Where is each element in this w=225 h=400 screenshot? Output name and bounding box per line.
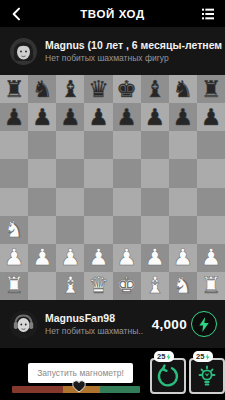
square-b5[interactable] [28, 159, 56, 187]
white-bishop: ♝ [144, 274, 165, 297]
square-g3[interactable] [169, 216, 197, 244]
square-h1[interactable]: ♜ [197, 272, 225, 300]
square-g2[interactable]: ♟ [169, 244, 197, 272]
white-rook: ♜ [4, 274, 25, 297]
chess-app-screen: ТВОЙ ХОД Magnus (10 лет , 6 месяцы-летне… [0, 0, 225, 400]
opponent-avatar [10, 38, 37, 65]
square-f2[interactable]: ♟ [141, 244, 169, 272]
square-e7[interactable]: ♟ [113, 103, 141, 131]
black-bishop: ♝ [144, 78, 165, 101]
square-c3[interactable] [56, 216, 84, 244]
bottom-toolbar: Запустить магнометр! 25 25 [0, 348, 225, 400]
square-c4[interactable] [56, 188, 84, 216]
chess-board: ♜♞♝♛♚♝♞♜♟♟♟♟♟♟♟♟♞♟♟♟♟♟♟♟♟♜♝♛♚♝♞♜ [0, 75, 225, 300]
square-e6[interactable] [113, 131, 141, 159]
square-e3[interactable] [113, 216, 141, 244]
square-f7[interactable]: ♟ [141, 103, 169, 131]
white-queen: ♛ [88, 274, 109, 297]
black-pawn: ♟ [116, 106, 137, 129]
square-a4[interactable] [0, 188, 28, 216]
black-queen: ♛ [88, 78, 109, 101]
black-pawn: ♟ [4, 106, 25, 129]
white-pawn: ♟ [4, 246, 25, 269]
square-b6[interactable] [28, 131, 56, 159]
square-g8[interactable]: ♞ [169, 75, 197, 103]
white-rook: ♜ [201, 274, 222, 297]
bolt-icon [166, 353, 171, 361]
black-pawn: ♟ [201, 106, 222, 129]
square-h6[interactable] [197, 131, 225, 159]
square-a1[interactable]: ♜ [0, 272, 28, 300]
white-pawn: ♟ [60, 246, 81, 269]
square-c8[interactable]: ♝ [56, 75, 84, 103]
square-e4[interactable] [113, 188, 141, 216]
opponent-info-bar: Magnus (10 лет , 6 месяцы-летнем Нет поб… [0, 27, 225, 75]
back-button[interactable] [0, 0, 34, 27]
square-b3[interactable] [28, 216, 56, 244]
meter-segment-green [100, 386, 140, 393]
square-f6[interactable] [141, 131, 169, 159]
square-f4[interactable] [141, 188, 169, 216]
energy-amount: 4,000 [152, 317, 187, 332]
opponent-text: Magnus (10 лет , 6 месяцы-летнем Нет поб… [45, 39, 225, 63]
square-a7[interactable]: ♟ [0, 103, 28, 131]
black-pawn: ♟ [88, 106, 109, 129]
square-g4[interactable] [169, 188, 197, 216]
square-b4[interactable] [28, 188, 56, 216]
white-pawn: ♟ [201, 246, 222, 269]
black-pawn: ♟ [32, 106, 53, 129]
square-d4[interactable] [84, 188, 112, 216]
opponent-name: Magnus (10 лет , 6 месяцы-летнем [45, 39, 225, 51]
square-e8[interactable]: ♚ [113, 75, 141, 103]
black-pawn: ♟ [60, 106, 81, 129]
square-b2[interactable]: ♟ [28, 244, 56, 272]
square-h5[interactable] [197, 159, 225, 187]
square-g6[interactable] [169, 131, 197, 159]
square-a6[interactable] [0, 131, 28, 159]
energy-display: 4,000 [152, 311, 217, 337]
move-list-button[interactable] [191, 0, 225, 27]
meter-segment-red [12, 386, 63, 393]
square-h7[interactable]: ♟ [197, 103, 225, 131]
square-h4[interactable] [197, 188, 225, 216]
square-f5[interactable] [141, 159, 169, 187]
square-e1[interactable]: ♚ [113, 272, 141, 300]
black-rook: ♜ [4, 78, 25, 101]
square-e5[interactable] [113, 159, 141, 187]
square-a8[interactable]: ♜ [0, 75, 28, 103]
black-pawn: ♟ [144, 106, 165, 129]
square-d6[interactable] [84, 131, 112, 159]
heart-marker-icon [72, 379, 86, 397]
square-a2[interactable]: ♟ [0, 244, 28, 272]
square-f1[interactable]: ♝ [141, 272, 169, 300]
white-king: ♚ [116, 274, 137, 297]
square-b7[interactable]: ♟ [28, 103, 56, 131]
white-knight: ♞ [173, 274, 194, 297]
black-pawn: ♟ [173, 106, 194, 129]
square-d1[interactable]: ♛ [84, 272, 112, 300]
square-b1[interactable] [28, 272, 56, 300]
square-c2[interactable]: ♟ [56, 244, 84, 272]
hint-cost-value: 25 [196, 352, 204, 361]
chevron-left-icon [9, 6, 25, 22]
circular-arrow-icon [156, 364, 180, 388]
white-pawn: ♟ [88, 246, 109, 269]
square-g7[interactable]: ♟ [169, 103, 197, 131]
hint-button[interactable] [189, 358, 225, 394]
black-bishop: ♝ [60, 78, 81, 101]
square-c1[interactable]: ♝ [56, 272, 84, 300]
top-bar: ТВОЙ ХОД [0, 0, 225, 27]
lightbulb-icon [195, 364, 219, 388]
black-knight: ♞ [32, 78, 53, 101]
black-rook: ♜ [201, 78, 222, 101]
player-text: MagnusFan98 Нет побитых шахматны.. [45, 312, 152, 336]
square-b8[interactable]: ♞ [28, 75, 56, 103]
white-pawn: ♟ [32, 246, 53, 269]
square-f8[interactable]: ♝ [141, 75, 169, 103]
black-king: ♚ [116, 78, 137, 101]
square-a5[interactable] [0, 159, 28, 187]
energy-bolt-icon[interactable] [191, 311, 217, 337]
square-a3[interactable]: ♞ [0, 216, 28, 244]
opponent-captured-status: Нет побитых шахматных фигур [45, 53, 225, 63]
white-pawn: ♟ [144, 246, 165, 269]
player-avatar [10, 311, 37, 338]
undo-cost-badge: 25 [154, 351, 174, 362]
square-d7[interactable]: ♟ [84, 103, 112, 131]
square-d3[interactable] [84, 216, 112, 244]
white-knight: ♞ [4, 218, 25, 241]
square-f3[interactable] [141, 216, 169, 244]
undo-cost-value: 25 [157, 352, 165, 361]
player-captured-status: Нет побитых шахматны.. [45, 326, 152, 336]
square-d2[interactable]: ♟ [84, 244, 112, 272]
hint-cost-badge: 25 [193, 351, 213, 362]
square-g1[interactable]: ♞ [169, 272, 197, 300]
square-h8[interactable]: ♜ [197, 75, 225, 103]
square-h2[interactable]: ♟ [197, 244, 225, 272]
undo-button[interactable] [150, 358, 186, 394]
square-g5[interactable] [169, 159, 197, 187]
player-name: MagnusFan98 [45, 312, 152, 324]
page-title: ТВОЙ ХОД [34, 8, 191, 20]
square-e2[interactable]: ♟ [113, 244, 141, 272]
white-pawn: ♟ [173, 246, 194, 269]
square-d5[interactable] [84, 159, 112, 187]
square-c6[interactable] [56, 131, 84, 159]
white-bishop: ♝ [60, 274, 81, 297]
square-d8[interactable]: ♛ [84, 75, 112, 103]
square-c7[interactable]: ♟ [56, 103, 84, 131]
list-icon [200, 6, 216, 22]
black-knight: ♞ [173, 78, 194, 101]
square-h3[interactable] [197, 216, 225, 244]
bolt-icon [205, 353, 210, 361]
square-c5[interactable] [56, 159, 84, 187]
white-pawn: ♟ [116, 246, 137, 269]
player-info-bar: MagnusFan98 Нет побитых шахматны.. 4,000 [0, 300, 225, 348]
